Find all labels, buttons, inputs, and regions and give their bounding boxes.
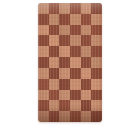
board-cell xyxy=(59,46,70,57)
board-cell xyxy=(38,57,49,68)
board-cell xyxy=(59,90,70,101)
board-cell xyxy=(81,35,92,46)
board-cell xyxy=(59,35,70,46)
board-cell xyxy=(70,111,81,122)
board-cell xyxy=(49,46,60,57)
product-photo xyxy=(0,0,140,140)
board-cell xyxy=(49,90,60,101)
board-cell xyxy=(38,68,49,79)
board-cell xyxy=(38,90,49,101)
board-cell xyxy=(49,3,60,14)
board-cell xyxy=(38,79,49,90)
board-cell xyxy=(70,68,81,79)
board-cell xyxy=(38,111,49,122)
board-cell xyxy=(49,100,60,111)
board-cell xyxy=(49,57,60,68)
board-cell xyxy=(70,79,81,90)
board-cell xyxy=(70,25,81,36)
board-cell xyxy=(49,79,60,90)
board-cell xyxy=(59,68,70,79)
board-cell xyxy=(49,25,60,36)
board-cell xyxy=(38,100,49,111)
board-cell xyxy=(91,100,102,111)
board-cell xyxy=(59,57,70,68)
board-cell xyxy=(81,90,92,101)
board-cell xyxy=(81,100,92,111)
board-cell xyxy=(81,46,92,57)
board-cell xyxy=(49,111,60,122)
board-cell xyxy=(49,68,60,79)
board-cell xyxy=(70,90,81,101)
board-cell xyxy=(81,14,92,25)
board-cell xyxy=(91,14,102,25)
checkerboard xyxy=(38,3,102,122)
board-cell xyxy=(59,100,70,111)
board-cell xyxy=(91,25,102,36)
board-cell xyxy=(81,68,92,79)
board-cell xyxy=(91,3,102,14)
board-cell xyxy=(70,46,81,57)
board-cell xyxy=(70,100,81,111)
checkered-towel xyxy=(38,3,102,122)
board-cell xyxy=(59,14,70,25)
board-cell xyxy=(81,111,92,122)
board-cell xyxy=(59,111,70,122)
board-cell xyxy=(38,35,49,46)
board-cell xyxy=(59,25,70,36)
board-cell xyxy=(70,14,81,25)
board-cell xyxy=(91,46,102,57)
board-cell xyxy=(59,3,70,14)
board-cell xyxy=(38,14,49,25)
board-cell xyxy=(91,111,102,122)
board-cell xyxy=(81,3,92,14)
board-cell xyxy=(81,25,92,36)
board-cell xyxy=(38,3,49,14)
board-cell xyxy=(49,35,60,46)
board-cell xyxy=(49,14,60,25)
board-cell xyxy=(38,25,49,36)
board-cell xyxy=(70,35,81,46)
board-cell xyxy=(91,68,102,79)
board-cell xyxy=(91,90,102,101)
board-cell xyxy=(81,57,92,68)
board-cell xyxy=(91,57,102,68)
board-cell xyxy=(38,46,49,57)
board-cell xyxy=(81,79,92,90)
board-cell xyxy=(59,79,70,90)
board-cell xyxy=(70,57,81,68)
board-cell xyxy=(91,35,102,46)
board-cell xyxy=(70,3,81,14)
board-cell xyxy=(91,79,102,90)
